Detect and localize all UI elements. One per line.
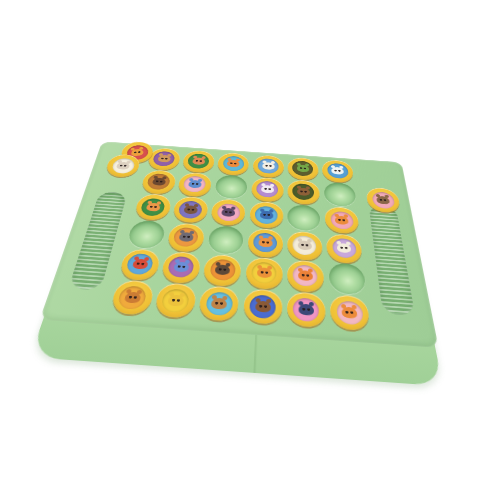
- grid-cell-r2c6: [321, 181, 359, 208]
- tile-dog[interactable]: [140, 169, 177, 195]
- cat-face: [298, 240, 312, 250]
- grid-cell-r2c5: [285, 179, 322, 206]
- tiger-face: [258, 238, 272, 248]
- chick-face: [167, 294, 184, 306]
- empty-well-r3c5: [288, 204, 321, 231]
- starfish-face: [335, 215, 349, 224]
- platypus-icon: [152, 151, 176, 167]
- pig-icon: [140, 198, 166, 217]
- ladybug-icon: [293, 297, 319, 322]
- empty-well-r2c3: [214, 175, 247, 200]
- tile-pig[interactable]: [133, 193, 172, 221]
- grid-cell-r6c2: [151, 282, 200, 320]
- grid-cell-r4c5: [285, 230, 325, 262]
- hippo-face: [173, 262, 189, 273]
- red-crab-face: [131, 148, 144, 156]
- tile-turtle[interactable]: [288, 157, 319, 181]
- grid-cell-r3c1: [131, 193, 175, 222]
- koala-face: [179, 232, 194, 242]
- game-board: [40, 141, 439, 347]
- duck-face: [257, 268, 272, 279]
- grid-cell-r5c2: [158, 250, 205, 284]
- dolphin-face: [331, 167, 344, 175]
- buffalo-face: [215, 265, 231, 276]
- pug-icon: [371, 191, 395, 209]
- tile-squirrel[interactable]: [330, 294, 371, 331]
- spaniel-icon: [117, 285, 148, 309]
- tile-starfish[interactable]: [324, 206, 360, 234]
- grid-cell-r5c4: [242, 256, 285, 291]
- hedgehog-icon: [187, 153, 210, 169]
- grid-cell-r4c4: [245, 227, 286, 259]
- grid-cell-r4c2: [164, 222, 208, 254]
- goldfish-face: [298, 270, 313, 281]
- hippo-icon: [167, 256, 195, 278]
- grid-cell-r5c1: [115, 248, 164, 282]
- hamster-face: [211, 297, 227, 309]
- tile-hippo[interactable]: [160, 251, 202, 284]
- tile-dolphin[interactable]: [322, 159, 355, 183]
- tile-kitten[interactable]: [104, 154, 142, 178]
- grid-cell-r5c5: [285, 259, 327, 294]
- grid-cell-r1c5: [286, 156, 321, 181]
- dog-icon: [146, 173, 171, 190]
- grid-cell-r5c6: [325, 262, 369, 297]
- duck-icon: [251, 262, 276, 285]
- grid-cell-r4c1: [123, 219, 169, 250]
- buffalo-icon: [209, 259, 236, 281]
- grid-cell-r3c3: [208, 198, 248, 227]
- kitten-icon: [110, 157, 135, 173]
- tile-goldfish[interactable]: [287, 260, 324, 294]
- turtle-icon: [293, 160, 314, 176]
- board-grid: [106, 147, 373, 333]
- tile-duck[interactable]: [245, 257, 283, 290]
- puppy-face: [183, 205, 198, 214]
- brown-bear-face: [255, 300, 271, 312]
- grid-cell-r2c4: [248, 176, 285, 203]
- grid-cell-r6c6: [327, 294, 373, 332]
- empty-well-r4c1: [126, 220, 166, 249]
- whale-face: [188, 180, 202, 188]
- pug-face: [376, 196, 390, 205]
- squirrel-icon: [336, 300, 364, 325]
- tile-spaniel[interactable]: [109, 280, 155, 316]
- brown-bear-icon: [249, 294, 276, 319]
- grid-cell-r3c6: [322, 206, 362, 235]
- board-tilt-wrapper: [25, 56, 467, 414]
- empty-well-r4c3: [207, 225, 244, 255]
- grid-cell-r2c1: [138, 169, 180, 196]
- cat-icon: [293, 235, 317, 256]
- tile-hedgehog[interactable]: [181, 150, 215, 174]
- grid-cell-r3c4: [247, 201, 286, 230]
- tile-buffalo[interactable]: [202, 254, 242, 287]
- tile-hamster[interactable]: [198, 286, 240, 323]
- crab-face: [132, 259, 149, 270]
- empty-well-r5c6: [328, 263, 366, 296]
- empty-well-r2c6: [323, 182, 356, 207]
- grid-cell-r2c3: [211, 174, 250, 201]
- tile-koala[interactable]: [166, 222, 205, 252]
- dog-face: [152, 178, 166, 186]
- grid-cell-r4c6: [324, 232, 366, 264]
- platypus-face: [157, 155, 171, 163]
- grid-cell-r2c2: [174, 171, 214, 198]
- grid-cell-r6c4: [240, 288, 285, 326]
- ladybug-face: [299, 303, 315, 315]
- grid-cell-r3c5: [285, 203, 324, 232]
- shark-icon: [255, 206, 278, 225]
- tile-whale[interactable]: [177, 172, 213, 198]
- shark-face: [259, 210, 273, 219]
- starfish-icon: [330, 211, 354, 230]
- hedgehog-face: [192, 157, 205, 165]
- puppy-icon: [178, 200, 203, 219]
- fish-icon: [222, 156, 244, 172]
- grid-cell-r6c3: [195, 285, 242, 323]
- tile-rabbit[interactable]: [252, 154, 284, 178]
- grid-cell-r1c3: [215, 151, 252, 176]
- goldfish-icon: [293, 265, 318, 288]
- tile-jellyfish[interactable]: [326, 233, 363, 264]
- tile-chick[interactable]: [153, 283, 197, 319]
- rabbit-icon: [257, 158, 278, 174]
- tile-bear[interactable]: [288, 179, 321, 205]
- grid-cell-r4c3: [204, 224, 246, 256]
- dolphin-icon: [327, 163, 349, 179]
- rabbit-face: [262, 162, 275, 170]
- bear-face: [297, 188, 310, 197]
- tile-shark[interactable]: [249, 201, 283, 229]
- tiger-icon: [253, 232, 277, 253]
- tile-puppy[interactable]: [172, 196, 210, 224]
- tile-ladybug[interactable]: [287, 291, 326, 328]
- whale-icon: [183, 176, 207, 193]
- tile-brown-bear[interactable]: [243, 289, 283, 326]
- turtle-face: [297, 165, 309, 173]
- bear-icon: [293, 183, 315, 200]
- tile-cat[interactable]: [287, 230, 323, 261]
- pig-face: [145, 202, 160, 211]
- product-photo-stage: [0, 0, 500, 500]
- hamster-icon: [205, 291, 233, 316]
- grid-cell-r3c2: [169, 195, 211, 224]
- koala-icon: [173, 227, 200, 247]
- jellyfish-face: [337, 243, 352, 253]
- tile-crab[interactable]: [118, 248, 161, 281]
- tile-fish[interactable]: [217, 152, 250, 176]
- right-score-track: [369, 205, 416, 316]
- board-scene: [40, 56, 457, 347]
- kitten-face: [116, 161, 131, 169]
- grid-cell-r1c6: [320, 159, 357, 184]
- octopus-face: [261, 185, 274, 194]
- tile-tiger[interactable]: [247, 228, 283, 259]
- fish-face: [227, 160, 240, 168]
- grid-cell-r1c4: [250, 154, 286, 179]
- octopus-icon: [256, 181, 278, 198]
- grid-cell-r6c1: [106, 279, 157, 317]
- spaniel-face: [124, 291, 142, 303]
- spider-icon: [216, 203, 240, 222]
- grid-cell-r1c2: [179, 149, 217, 174]
- grid-cell-r6c5: [284, 291, 329, 329]
- spider-face: [221, 208, 235, 217]
- crab-icon: [125, 253, 154, 275]
- jellyfish-icon: [332, 238, 357, 259]
- chick-icon: [161, 288, 191, 313]
- tile-octopus[interactable]: [251, 177, 284, 203]
- squirrel-face: [342, 306, 358, 318]
- grid-cell-r5c3: [200, 253, 245, 288]
- tile-spider[interactable]: [210, 199, 246, 227]
